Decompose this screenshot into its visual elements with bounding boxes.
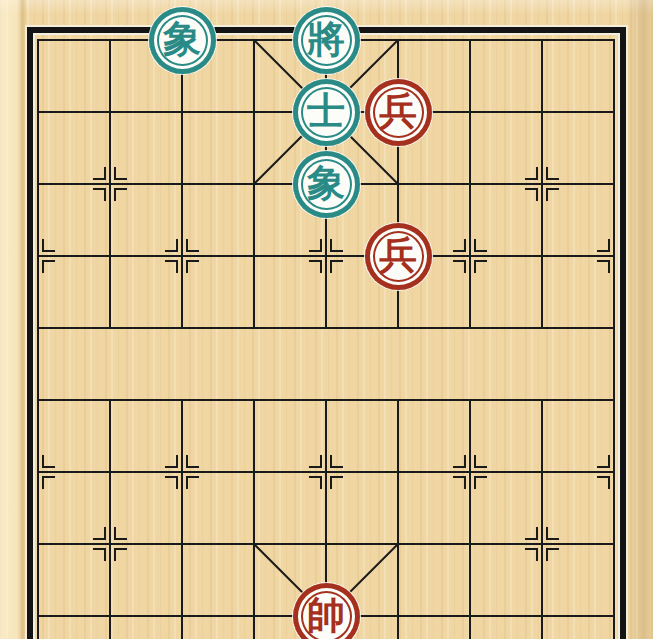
piece-black-elephant[interactable]: 象 bbox=[293, 151, 360, 218]
piece-red-soldier[interactable]: 兵 bbox=[365, 223, 432, 290]
piece-glyph: 士 bbox=[307, 92, 345, 130]
pieces-layer: 象將士象兵兵帥 bbox=[0, 0, 653, 639]
piece-glyph: 兵 bbox=[379, 92, 417, 130]
piece-red-general[interactable]: 帥 bbox=[293, 583, 360, 639]
piece-red-soldier[interactable]: 兵 bbox=[365, 79, 432, 146]
piece-glyph: 象 bbox=[163, 20, 201, 58]
xiangqi-board: 象將士象兵兵帥 bbox=[0, 0, 653, 639]
piece-glyph: 象 bbox=[307, 164, 345, 202]
piece-black-elephant[interactable]: 象 bbox=[149, 7, 216, 74]
piece-black-general[interactable]: 將 bbox=[293, 7, 360, 74]
piece-glyph: 兵 bbox=[379, 236, 417, 274]
piece-glyph: 帥 bbox=[307, 596, 345, 634]
piece-glyph: 將 bbox=[307, 20, 345, 58]
piece-black-advisor[interactable]: 士 bbox=[293, 79, 360, 146]
